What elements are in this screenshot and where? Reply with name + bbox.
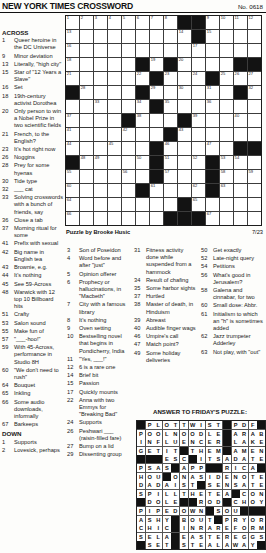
black-square [136,184,149,197]
clue-across-15: 15Star of "12 Years a Slave" [2,69,63,83]
clue-column-2: 3Son of Poseidon4Word before and after "… [67,247,129,459]
answer-letter-cell: R [197,498,205,506]
answer-letter-cell: D [137,481,145,489]
grid-cell [164,184,177,197]
clue-number: 42 [2,249,11,256]
cell-number: 56 [123,170,128,174]
clue-down-26: 26Peshwari ___ (raisin-filled fare) [67,428,129,442]
grid-cell [220,100,233,113]
answer-letter-cell: L [214,541,222,549]
grid-cell [220,212,233,225]
answer-letter-cell: T [189,447,197,455]
grid-cell: 17 [192,44,205,57]
clue-number: 49 [134,350,143,357]
cell-number: 3 [95,16,97,20]
answer-letter-cell: A [206,541,214,549]
answer-letter-cell: E [180,533,188,541]
grid-cell: 33 [94,100,107,113]
answer-black-square [137,455,145,463]
answer-letter-cell: I [137,438,145,446]
clue-number: 4 [67,255,76,262]
grid-cell: 52 [192,156,205,169]
clue-number: 13 [2,61,11,68]
grid-cell: 63 [220,184,233,197]
grid-cell: 42 [122,128,135,141]
cell-number: 13 [67,30,72,34]
clue-across-36: 36Close a tab [2,217,63,224]
cell-number: 26 [235,72,240,76]
grid-cell [80,128,93,141]
grid-cell [248,30,261,43]
answer-letter-cell: E [214,430,222,438]
clue-across-20: 20Only person to win a Nobel Prize in tw… [2,108,63,130]
grid-cell: 6 [136,16,149,29]
black-square [66,156,79,169]
grid-cell [94,72,107,85]
answer-letter-cell: U [197,516,205,524]
answer-letter-cell: B [257,430,265,438]
answer-letter-cell: U [154,473,162,481]
cell-number: 43 [179,128,184,132]
black-square [178,198,191,211]
cell-number: 50 [137,156,142,160]
grid-cell [80,212,93,225]
answer-letter-cell: S [197,473,205,481]
grid-cell: 55 [66,170,79,183]
grid-cell [122,58,135,71]
down-clue-list: 1Supports2Lovesick, perhaps [2,439,63,454]
answer-letter-cell: P [223,516,231,524]
clue-column-4: 50Get exactly52Late-night query54Petitio… [201,247,264,357]
answer-letter-cell: S [232,481,240,489]
clue-number: 44 [2,272,11,279]
answer-letter-cell: O [189,430,197,438]
clue-number: 14 [67,372,76,379]
grid-cell [108,128,121,141]
grid-cell [80,198,93,211]
clue-across-60: 60"We don't need to rush" [2,367,63,381]
black-square [164,212,177,225]
black-square [164,128,177,141]
grid-cell [80,170,93,183]
grid-cell: 10 [220,16,233,29]
answer-letter-cell: L [171,490,179,498]
clue-number: 37 [134,293,143,300]
clue-down-6: 6Prophecy or hallucinations, in "Macbeth… [67,279,129,301]
grid-cell [80,72,93,85]
answer-letter-cell: N [189,524,197,532]
grid-cell [220,128,233,141]
grid-cell [206,198,219,211]
answer-letter-cell: Y [163,516,171,524]
answer-letter-cell: B [180,516,188,524]
answer-letter-cell: O [146,473,154,481]
clue-across-44: 44It's nothing [2,272,63,279]
answer-letter-cell: R [223,533,231,541]
answer-letter-cell: S [206,481,214,489]
answer-letter-cell: T [206,533,214,541]
clue-across-32: 32___ cat [2,186,63,193]
clue-across-45: 45See 59-Across [2,281,63,288]
answer-letter-cell: A [223,541,231,549]
cell-number: 53 [221,156,226,160]
answer-letter-cell: N [232,473,240,481]
answer-letter-cell: W [189,507,197,515]
clue-number: 21 [2,131,11,138]
answer-letter-cell: C [180,455,188,463]
clue-number: 1 [2,439,11,446]
cell-number: 65 [193,198,198,202]
grid-cell [248,128,261,141]
grid-cell [248,184,261,197]
grid-cell [122,156,135,169]
answer-letter-cell: S [146,464,154,472]
grid-cell: 65 [192,198,205,211]
grid-cell [80,44,93,57]
black-square [136,86,149,99]
black-square [206,72,219,85]
clue-number: 7 [67,301,76,308]
answer-letter-cell: E [146,447,154,455]
answer-black-square [189,498,197,506]
answer-letter-cell: K [249,438,257,446]
grid-cell [164,198,177,211]
clue-number: 48 [2,289,11,296]
answer-black-square [240,507,248,515]
answer-letter-cell: L [232,438,240,446]
clue-number: 59 [2,344,11,351]
grid-cell [122,72,135,85]
answer-letter-cell: D [214,473,222,481]
clue-number: 58 [201,287,210,294]
cell-number: 14 [179,30,184,34]
cell-number: 33 [95,100,100,104]
answer-letter-cell: T [206,455,214,463]
answer-letter-cell: G [249,533,257,541]
clue-down-60: 60Small dose: Abbr. [201,302,264,309]
crossword-grid: 1234567891011121314151617181920212223242… [65,15,262,226]
grid-cell: 14 [178,30,191,43]
answer-black-square [223,498,231,506]
answer-black-square [171,541,179,549]
answer-letter-cell: M [257,524,265,532]
answer-letter-cell: A [223,455,231,463]
answer-letter-cell: Y [249,541,257,549]
grid-cell [94,212,107,225]
answer-black-square [232,490,240,498]
grid-cell [164,30,177,43]
grid-cell: 27 [248,72,261,85]
grid-cell [206,114,219,127]
clue-down-52: 52Late-night query [201,255,264,262]
clue-across-23: 23It's hot right now [2,146,63,153]
answer-letter-cell: O [171,473,179,481]
clue-down-61: 61Initialism to which an "h" is sometime… [201,311,264,333]
clue-number: 23 [2,146,11,153]
grid-cell: 25 [220,72,233,85]
grid-cell [122,198,135,211]
answer-letter-cell: T [189,541,197,549]
grid-cell: 4 [108,16,121,29]
answer-letter-cell: A [206,524,214,532]
answer-letter-cell: E [214,481,222,489]
black-square [178,212,191,225]
grid-cell [192,86,205,99]
grid-cell: 38 [136,114,149,127]
grid-cell [206,58,219,71]
clue-across-13: 13Literally, "high city" [2,61,63,68]
black-square [248,58,261,71]
cell-number: 42 [123,128,128,132]
grid-cell: 34 [136,100,149,113]
grid-cell [192,128,205,141]
answer-letter-cell: W [189,421,197,429]
clue-down-10: 10Bestselling novel that begins in Pondi… [67,333,129,355]
grid-cell: 53 [220,156,233,169]
answer-letter-cell: P [189,464,197,472]
grid-cell: 51 [164,156,177,169]
grid-cell [94,184,107,197]
answer-letter-cell: D [197,430,205,438]
answer-letter-cell: E [180,438,188,446]
clue-number: 41 [2,240,11,247]
answer-black-square [223,421,231,429]
cell-number: 49 [95,156,100,160]
answer-letter-cell: A [154,464,162,472]
clue-number: 65 [2,390,11,397]
clue-down-4: 4Word before and after "just" [67,255,129,269]
clue-number: 55 [2,328,11,335]
grid-cell [108,184,121,197]
grid-cell [234,44,247,57]
cell-number: 5 [123,16,125,20]
answer-letter-cell: P [137,507,145,515]
grid-cell [150,198,163,211]
clue-across-41: 41Prefix with sexual [2,240,63,247]
black-square [192,16,205,29]
answer-letter-cell: N [223,481,231,489]
answer-letter-cell: O [249,490,257,498]
cell-number: 29 [151,86,156,90]
cell-number: 22 [137,72,142,76]
answer-letter-cell: E [214,533,222,541]
cell-number: 44 [67,142,72,146]
grid-cell [178,170,191,183]
clue-across-1: 1Queer heroine in the DC Universe [2,37,63,51]
answer-letter-cell: T [206,516,214,524]
grid-cell: 46 [164,142,177,155]
cell-number: 23 [165,72,170,76]
answer-letter-cell: S [214,455,222,463]
answer-letter-cell: D [214,498,222,506]
clue-number: 54 [201,263,210,270]
grid-cell: 56 [122,170,135,183]
grid-cell [80,184,93,197]
answer-letter-cell: D [146,498,154,506]
down-clue-list: 50Get exactly52Late-night query54Petitio… [201,247,264,356]
clue-number: 16 [2,84,11,91]
answer-letter-cell: O [154,498,162,506]
answer-letter-cell: D [232,455,240,463]
answer-letter-cell: L [206,430,214,438]
answer-letter-cell: E [154,541,162,549]
black-square [136,58,149,71]
cell-number: 10 [221,16,226,20]
answer-letter-cell: C [232,498,240,506]
grid-cell [248,100,261,113]
grid-cell: 1 [66,16,79,29]
grid-cell [108,156,121,169]
clue-down-2: 2Lovesick, perhaps [2,447,63,454]
grid-cell [234,30,247,43]
grid-cell [150,128,163,141]
clue-number: 10 [67,333,76,340]
answer-letter-cell: S [180,541,188,549]
answer-letter-cell: O [180,507,188,515]
answer-letter-cell: P [146,421,154,429]
answer-letter-cell: N [197,507,205,515]
grid-cell [94,128,107,141]
grid-cell: 24 [192,72,205,85]
clue-number: 9 [67,325,76,332]
answer-letter-cell: O [240,524,248,532]
grid-cell: 18 [66,58,79,71]
answer-letter-cell: C [240,490,248,498]
answer-letter-cell: T [163,541,171,549]
answer-letter-cell: S [163,464,171,472]
answer-letter-cell: N [189,438,197,446]
grid-cell: 11 [234,16,247,29]
cell-number: 15 [207,30,212,34]
answer-letter-cell: O [154,430,162,438]
answer-letter-cell: I [197,455,205,463]
clue-number: 38 [134,301,143,308]
clue-down-11: 11"Yes, ___!" [67,356,129,363]
clue-across-21: 21French, to the English? [2,131,63,145]
clue-down-56: 56What's good in Jerusalem? [201,272,264,286]
clue-down-62: 62Jazz trumpeter Adderley [201,333,264,347]
grid-cell [178,72,191,85]
clue-number: 11 [67,356,76,363]
grid-cell: 5 [122,16,135,29]
answer-black-square [197,481,205,489]
cell-number: 60 [67,184,72,188]
grid-cell: 22 [136,72,149,85]
answer-letter-cell: E [206,447,214,455]
grid-cell [94,44,107,57]
grid-cell [248,44,261,57]
answer-black-square [180,498,188,506]
answer-letter-cell: O [206,498,214,506]
answer-letter-cell: R [197,524,205,532]
clue-across-64: 64Bouquet [2,382,63,389]
clue-down-35: 35Some harbor sights [134,285,196,292]
answer-letter-cell: C [240,464,248,472]
answer-letter-cell: O [249,516,257,524]
answer-letter-cell: I [232,464,240,472]
answer-letter-cell: F [249,421,257,429]
grid-cell [122,212,135,225]
answer-black-square [257,421,265,429]
answer-black-square [257,541,265,549]
clue-down-12: 126 is a rare one [67,364,129,371]
grid-cell [164,86,177,99]
cell-number: 62 [193,184,198,188]
answer-black-square [154,455,162,463]
cell-number: 9 [207,16,209,20]
answer-letter-cell: H [240,498,248,506]
answer-black-square [257,464,265,472]
answer-letter-cell: L [163,438,171,446]
answer-letter-cell: A [189,473,197,481]
clue-column-1: ACROSS 1Queer heroine in the DC Universe… [2,27,63,455]
clue-across-9: 9Minor deviation [2,53,63,60]
grid-cell [248,156,261,169]
grid-cell [108,30,121,43]
clue-number: 66 [2,399,11,406]
answer-letter-cell: L [154,421,162,429]
clue-number: 6 [67,279,76,286]
grid-cell [80,58,93,71]
answer-letter-cell: N [180,473,188,481]
clue-down-7: 7City with a famous library [67,301,129,315]
grid-cell [178,142,191,155]
answer-letter-cell: A [232,430,240,438]
black-square [206,170,219,183]
cell-number: 52 [193,156,198,160]
black-square [178,16,191,29]
cell-number: 30 [179,86,184,90]
cell-number: 55 [67,170,72,174]
grid-cell [80,30,93,43]
answer-letter-cell: R [214,438,222,446]
cell-number: 64 [67,198,72,202]
grid-cell: 16 [66,44,79,57]
grid-cell [108,198,121,211]
clue-number: 60 [2,367,11,374]
grid-cell: 37 [66,114,79,127]
grid-cell [220,30,233,43]
grid-cell [234,184,247,197]
down-clue-list: 3Son of Poseidon4Word before and after "… [67,247,129,458]
clue-number: 51 [2,311,11,318]
answer-letter-cell: I [146,507,154,515]
clue-down-50: 50Get exactly [201,247,264,254]
clue-number: 28 [2,162,11,169]
cell-number: 38 [137,114,142,118]
grid-cell: 7 [150,16,163,29]
clue-number: 64 [2,382,11,389]
clue-down-47: 47Match point? [134,341,196,348]
answer-letter-cell: M [214,447,222,455]
answer-letter-cell: E [163,455,171,463]
grid-cell: 21 [66,72,79,85]
clue-number: 60 [201,302,210,309]
answer-letter-cell: A [163,481,171,489]
answer-letter-cell: T [180,421,188,429]
grid-cell [234,170,247,183]
grid-cell: 31 [206,86,219,99]
clue-down-8: 8It's nothing [67,317,129,324]
grid-cell [220,58,233,71]
answer-letter-cell: D [240,421,248,429]
answer-letter-cell: A [249,464,257,472]
answer-letter-cell: R [232,516,240,524]
cell-number: 45 [109,142,114,146]
answer-letter-cell: I [206,473,214,481]
grid-cell [248,114,261,127]
cell-number: 17 [193,44,198,48]
